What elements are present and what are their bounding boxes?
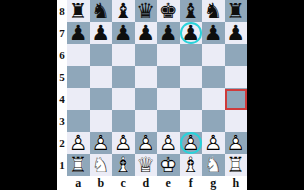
rank-label: 7: [57, 22, 67, 44]
square-a8[interactable]: ♜: [67, 0, 90, 22]
square-c4[interactable]: [112, 88, 135, 110]
piece-glyph: ♟: [135, 22, 158, 44]
piece-glyph: ♛: [135, 0, 158, 22]
rank-labels: 87654321: [57, 0, 67, 176]
file-label: e: [157, 176, 180, 190]
piece-black-knight[interactable]: ♞: [90, 0, 113, 22]
piece-glyph: ♞: [202, 0, 225, 22]
piece-glyph-outline: ♙: [112, 132, 135, 154]
piece-glyph-outline: ♙: [202, 132, 225, 154]
piece-glyph: ♜: [67, 0, 90, 22]
piece-glyph-outline: ♔: [157, 154, 180, 176]
piece-glyph: ♟: [157, 22, 180, 44]
chess-app-window: 87654321 ♜♞♝♛♚♝♞♜♟♟♟♟♟♟♟♟♟♙♟♙♟♙♟♙♟♙♟♙♟♙♟…: [0, 0, 304, 190]
piece-black-pawn[interactable]: ♟: [180, 22, 203, 44]
square-g3[interactable]: [202, 110, 225, 132]
piece-glyph: ♟: [180, 22, 203, 44]
piece-white-knight[interactable]: ♞♘: [90, 154, 113, 176]
piece-black-pawn[interactable]: ♟: [135, 22, 158, 44]
piece-black-bishop[interactable]: ♝: [180, 0, 203, 22]
piece-white-rook[interactable]: ♜♖: [225, 154, 248, 176]
square-f3[interactable]: [180, 110, 203, 132]
square-f7[interactable]: ♟: [180, 22, 203, 44]
square-a3[interactable]: [67, 110, 90, 132]
rank-label: 8: [57, 0, 67, 22]
rank-label: 1: [57, 154, 67, 176]
square-a1[interactable]: ♜♖: [67, 154, 90, 176]
board-panel: 87654321 ♜♞♝♛♚♝♞♜♟♟♟♟♟♟♟♟♟♙♟♙♟♙♟♙♟♙♟♙♟♙♟…: [57, 0, 247, 190]
square-f6[interactable]: [180, 44, 203, 66]
piece-glyph: ♜: [225, 0, 248, 22]
piece-white-pawn[interactable]: ♟♙: [90, 132, 113, 154]
square-g2[interactable]: ♟♙: [202, 132, 225, 154]
piece-glyph-outline: ♕: [135, 154, 158, 176]
square-d4[interactable]: [135, 88, 158, 110]
highlight-red-square-h4: [225, 89, 247, 110]
piece-black-knight[interactable]: ♞: [202, 0, 225, 22]
square-h6[interactable]: [225, 44, 248, 66]
piece-glyph-outline: ♘: [202, 154, 225, 176]
piece-black-queen[interactable]: ♛: [135, 0, 158, 22]
square-d1[interactable]: ♛♕: [135, 154, 158, 176]
square-c6[interactable]: [112, 44, 135, 66]
rank-label: 5: [57, 66, 67, 88]
rank-label: 4: [57, 88, 67, 110]
rank-label: 3: [57, 110, 67, 132]
square-e1[interactable]: ♚♔: [157, 154, 180, 176]
square-c7[interactable]: ♟: [112, 22, 135, 44]
file-label: d: [135, 176, 158, 190]
file-label: c: [112, 176, 135, 190]
piece-white-rook[interactable]: ♜♖: [67, 154, 90, 176]
square-d3[interactable]: [135, 110, 158, 132]
piece-black-rook[interactable]: ♜: [225, 0, 248, 22]
piece-glyph: ♟: [225, 22, 248, 44]
piece-glyph-outline: ♘: [90, 154, 113, 176]
square-f5[interactable]: [180, 66, 203, 88]
square-f8[interactable]: ♝: [180, 0, 203, 22]
square-c2[interactable]: ♟♙: [112, 132, 135, 154]
piece-glyph-outline: ♖: [225, 154, 248, 176]
piece-glyph: ♝: [180, 0, 203, 22]
piece-glyph: ♝: [112, 0, 135, 22]
square-b6[interactable]: [90, 44, 113, 66]
square-h5[interactable]: [225, 66, 248, 88]
piece-black-pawn[interactable]: ♟: [90, 22, 113, 44]
square-b3[interactable]: [90, 110, 113, 132]
piece-white-pawn[interactable]: ♟♙: [157, 132, 180, 154]
piece-glyph-outline: ♙: [180, 132, 203, 154]
square-e7[interactable]: ♟: [157, 22, 180, 44]
square-d2[interactable]: ♟♙: [135, 132, 158, 154]
file-label: g: [202, 176, 225, 190]
square-g8[interactable]: ♞: [202, 0, 225, 22]
piece-glyph: ♟: [67, 22, 90, 44]
piece-white-bishop[interactable]: ♝♗: [112, 154, 135, 176]
square-b4[interactable]: [90, 88, 113, 110]
square-e3[interactable]: [157, 110, 180, 132]
square-c3[interactable]: [112, 110, 135, 132]
piece-black-bishop[interactable]: ♝: [112, 0, 135, 22]
square-c5[interactable]: [112, 66, 135, 88]
square-c8[interactable]: ♝: [112, 0, 135, 22]
square-g1[interactable]: ♞♘: [202, 154, 225, 176]
square-e5[interactable]: [157, 66, 180, 88]
square-b2[interactable]: ♟♙: [90, 132, 113, 154]
piece-glyph-outline: ♗: [112, 154, 135, 176]
piece-white-pawn[interactable]: ♟♙: [112, 132, 135, 154]
piece-white-pawn[interactable]: ♟♙: [225, 132, 248, 154]
rank-label: 6: [57, 44, 67, 66]
square-d6[interactable]: [135, 44, 158, 66]
square-h4[interactable]: [225, 88, 248, 110]
piece-glyph: ♟: [112, 22, 135, 44]
square-b5[interactable]: [90, 66, 113, 88]
square-a4[interactable]: [67, 88, 90, 110]
square-d8[interactable]: ♛: [135, 0, 158, 22]
file-labels: abcdefgh: [67, 176, 247, 190]
square-g7[interactable]: ♟: [202, 22, 225, 44]
square-b1[interactable]: ♞♘: [90, 154, 113, 176]
piece-white-bishop[interactable]: ♝♗: [180, 154, 203, 176]
piece-glyph: ♟: [202, 22, 225, 44]
chess-board[interactable]: ♜♞♝♛♚♝♞♜♟♟♟♟♟♟♟♟♟♙♟♙♟♙♟♙♟♙♟♙♟♙♟♙♜♖♞♘♝♗♛♕…: [67, 0, 247, 176]
piece-white-pawn[interactable]: ♟♙: [202, 132, 225, 154]
square-f1[interactable]: ♝♗: [180, 154, 203, 176]
square-e2[interactable]: ♟♙: [157, 132, 180, 154]
file-label: f: [180, 176, 203, 190]
square-a6[interactable]: [67, 44, 90, 66]
square-h2[interactable]: ♟♙: [225, 132, 248, 154]
square-h8[interactable]: ♜: [225, 0, 248, 22]
piece-black-king[interactable]: ♚: [157, 0, 180, 22]
square-d5[interactable]: [135, 66, 158, 88]
square-a5[interactable]: [67, 66, 90, 88]
piece-white-knight[interactable]: ♞♘: [202, 154, 225, 176]
square-a2[interactable]: ♟♙: [67, 132, 90, 154]
piece-white-pawn[interactable]: ♟♙: [135, 132, 158, 154]
piece-glyph-outline: ♙: [135, 132, 158, 154]
piece-black-pawn[interactable]: ♟: [112, 22, 135, 44]
square-g4[interactable]: [202, 88, 225, 110]
file-label: h: [225, 176, 248, 190]
piece-glyph: ♞: [90, 0, 113, 22]
square-h1[interactable]: ♜♖: [225, 154, 248, 176]
square-b8[interactable]: ♞: [90, 0, 113, 22]
piece-black-pawn[interactable]: ♟: [225, 22, 248, 44]
square-a7[interactable]: ♟: [67, 22, 90, 44]
piece-white-pawn[interactable]: ♟♙: [180, 132, 203, 154]
piece-glyph-outline: ♙: [67, 132, 90, 154]
piece-black-rook[interactable]: ♜: [67, 0, 90, 22]
square-g5[interactable]: [202, 66, 225, 88]
piece-glyph-outline: ♙: [225, 132, 248, 154]
square-e8[interactable]: ♚: [157, 0, 180, 22]
square-c1[interactable]: ♝♗: [112, 154, 135, 176]
square-h7[interactable]: ♟: [225, 22, 248, 44]
piece-glyph-outline: ♖: [67, 154, 90, 176]
square-d7[interactable]: ♟: [135, 22, 158, 44]
square-f4[interactable]: [180, 88, 203, 110]
square-e6[interactable]: [157, 44, 180, 66]
square-f2[interactable]: ♟♙: [180, 132, 203, 154]
square-b7[interactable]: ♟: [90, 22, 113, 44]
piece-glyph: ♚: [157, 0, 180, 22]
piece-white-queen[interactable]: ♛♕: [135, 154, 158, 176]
piece-glyph: ♟: [90, 22, 113, 44]
piece-white-pawn[interactable]: ♟♙: [67, 132, 90, 154]
square-g6[interactable]: [202, 44, 225, 66]
piece-black-pawn[interactable]: ♟: [202, 22, 225, 44]
rank-label: 2: [57, 132, 67, 154]
piece-glyph-outline: ♙: [90, 132, 113, 154]
piece-glyph-outline: ♗: [180, 154, 203, 176]
file-label: b: [90, 176, 113, 190]
piece-black-pawn[interactable]: ♟: [157, 22, 180, 44]
square-h3[interactable]: [225, 110, 248, 132]
piece-glyph-outline: ♙: [157, 132, 180, 154]
square-e4[interactable]: [157, 88, 180, 110]
file-label: a: [67, 176, 90, 190]
piece-white-king[interactable]: ♚♔: [157, 154, 180, 176]
piece-black-pawn[interactable]: ♟: [67, 22, 90, 44]
